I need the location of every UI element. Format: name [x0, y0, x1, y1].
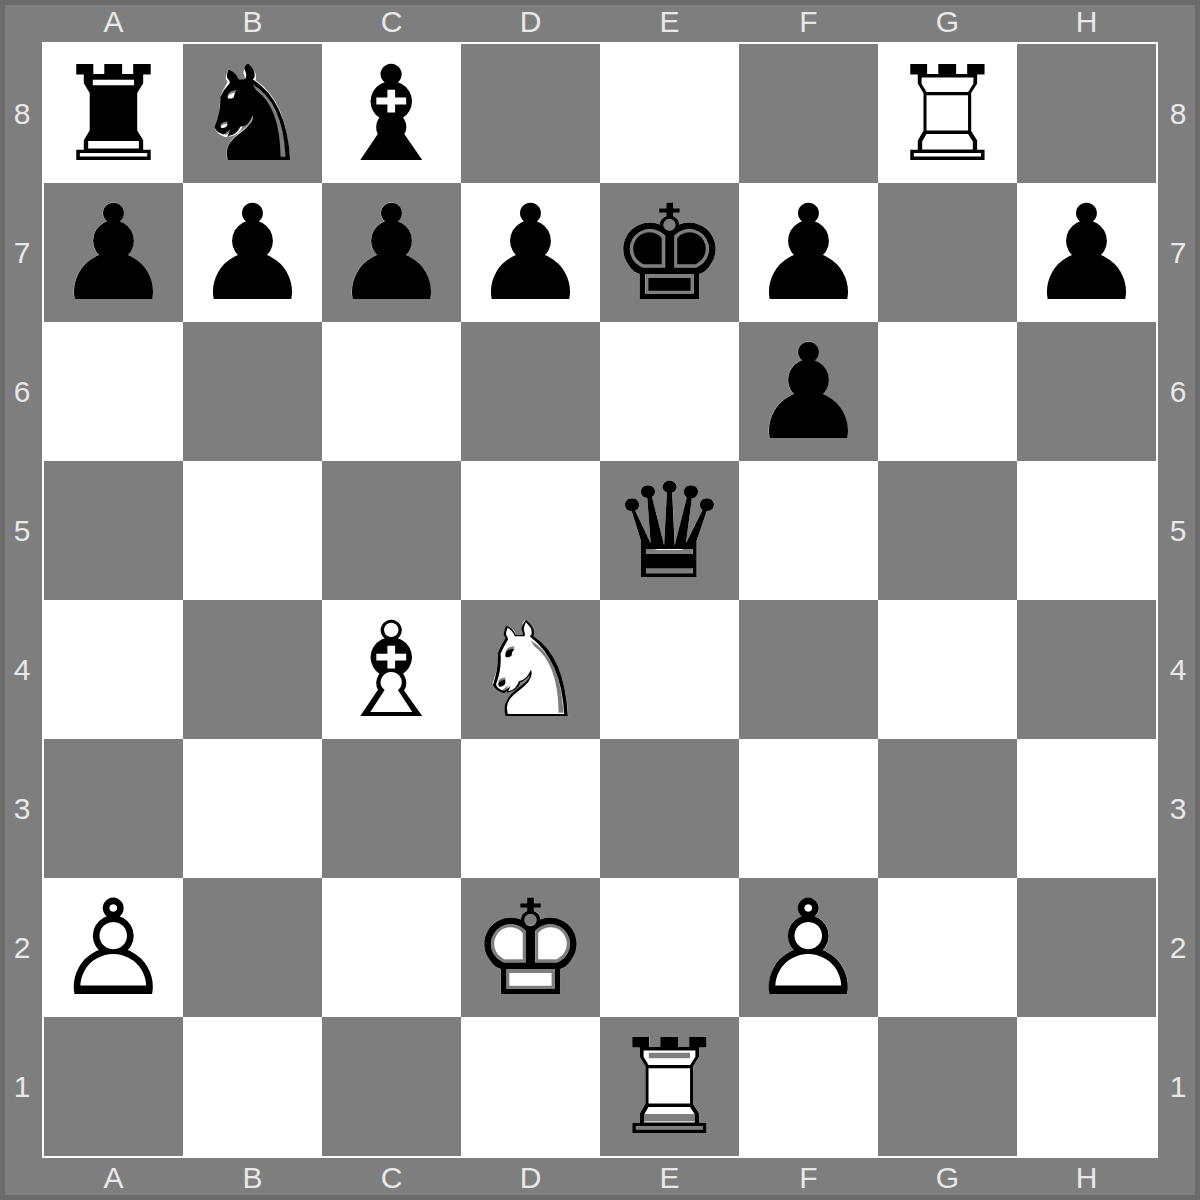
rank-label-left-7: 7 — [0, 183, 44, 322]
black-pawn: ♙♟ — [461, 183, 600, 322]
rank-label-right-7: 7 — [1156, 183, 1200, 322]
rank-label-right-8: 8 — [1156, 44, 1200, 183]
square-c4[interactable]: ♝♗ — [322, 600, 461, 739]
square-b5[interactable] — [183, 461, 322, 600]
piece-glyph: ♞ — [193, 48, 311, 180]
square-g1[interactable] — [878, 1017, 1017, 1156]
black-knight: ♘♞ — [183, 44, 322, 183]
square-f3[interactable] — [739, 739, 878, 878]
square-a1[interactable] — [44, 1017, 183, 1156]
square-g6[interactable] — [878, 322, 1017, 461]
rank-label-left-6: 6 — [0, 322, 44, 461]
file-label-bottom-b: B — [183, 1156, 322, 1200]
rank-label-left-1: 1 — [0, 1017, 44, 1156]
square-e4[interactable] — [600, 600, 739, 739]
square-d3[interactable] — [461, 739, 600, 878]
square-g2[interactable] — [878, 878, 1017, 1017]
file-labels-bottom: ABCDEFGH — [44, 1156, 1156, 1200]
square-d2[interactable]: ♚♔ — [461, 878, 600, 1017]
piece-glyph: ♟ — [332, 187, 450, 319]
square-f5[interactable] — [739, 461, 878, 600]
rank-label-left-5: 5 — [0, 461, 44, 600]
file-label-top-d: D — [461, 0, 600, 44]
square-e6[interactable] — [600, 322, 739, 461]
square-f4[interactable] — [739, 600, 878, 739]
square-g3[interactable] — [878, 739, 1017, 878]
file-label-bottom-g: G — [878, 1156, 1017, 1200]
square-c8[interactable]: ♗♝ — [322, 44, 461, 183]
black-pawn: ♙♟ — [739, 322, 878, 461]
piece-glyph: ♛ — [610, 465, 728, 597]
rank-label-right-3: 3 — [1156, 739, 1200, 878]
square-a8[interactable]: ♖♜ — [44, 44, 183, 183]
chessboard-app: ABCDEFGH 87654321 87654321 ABCDEFGH ♖♜♘♞… — [0, 0, 1200, 1200]
square-b7[interactable]: ♙♟ — [183, 183, 322, 322]
square-c7[interactable]: ♙♟ — [322, 183, 461, 322]
piece-glyph: ♟ — [749, 187, 867, 319]
square-g5[interactable] — [878, 461, 1017, 600]
square-a4[interactable] — [44, 600, 183, 739]
square-b6[interactable] — [183, 322, 322, 461]
square-h7[interactable]: ♙♟ — [1017, 183, 1156, 322]
file-label-bottom-h: H — [1017, 1156, 1156, 1200]
square-e7[interactable]: ♔♚ — [600, 183, 739, 322]
square-f8[interactable] — [739, 44, 878, 183]
square-e2[interactable] — [600, 878, 739, 1017]
piece-glyph: ♟ — [471, 187, 589, 319]
square-h4[interactable] — [1017, 600, 1156, 739]
square-a3[interactable] — [44, 739, 183, 878]
square-f1[interactable] — [739, 1017, 878, 1156]
black-bishop: ♗♝ — [322, 44, 461, 183]
white-rook: ♜♖ — [878, 44, 1017, 183]
rank-labels-left: 87654321 — [0, 44, 44, 1156]
square-c3[interactable] — [322, 739, 461, 878]
square-h5[interactable] — [1017, 461, 1156, 600]
square-a7[interactable]: ♙♟ — [44, 183, 183, 322]
square-d8[interactable] — [461, 44, 600, 183]
file-label-top-e: E — [600, 0, 739, 44]
white-pawn: ♟♙ — [739, 878, 878, 1017]
file-label-top-f: F — [739, 0, 878, 44]
black-queen: ♕♛ — [600, 461, 739, 600]
black-pawn: ♙♟ — [1017, 183, 1156, 322]
black-pawn: ♙♟ — [44, 183, 183, 322]
piece-glyph: ♖ — [888, 48, 1006, 180]
file-label-top-h: H — [1017, 0, 1156, 44]
square-b3[interactable] — [183, 739, 322, 878]
square-e5[interactable]: ♕♛ — [600, 461, 739, 600]
piece-glyph: ♙ — [54, 882, 172, 1014]
square-g7[interactable] — [878, 183, 1017, 322]
square-b1[interactable] — [183, 1017, 322, 1156]
square-a2[interactable]: ♟♙ — [44, 878, 183, 1017]
rank-labels-right: 87654321 — [1156, 44, 1200, 1156]
square-e8[interactable] — [600, 44, 739, 183]
square-f6[interactable]: ♙♟ — [739, 322, 878, 461]
piece-glyph: ♗ — [332, 604, 450, 736]
white-bishop: ♝♗ — [322, 600, 461, 739]
white-king: ♚♔ — [461, 878, 600, 1017]
rank-label-right-6: 6 — [1156, 322, 1200, 461]
file-label-bottom-c: C — [322, 1156, 461, 1200]
piece-glyph: ♟ — [193, 187, 311, 319]
square-h3[interactable] — [1017, 739, 1156, 878]
square-b8[interactable]: ♘♞ — [183, 44, 322, 183]
file-label-bottom-f: F — [739, 1156, 878, 1200]
square-g8[interactable]: ♜♖ — [878, 44, 1017, 183]
square-c1[interactable] — [322, 1017, 461, 1156]
square-f7[interactable]: ♙♟ — [739, 183, 878, 322]
rank-label-left-4: 4 — [0, 600, 44, 739]
board-frame: ♖♜♘♞♗♝♜♖♙♟♙♟♙♟♙♟♔♚♙♟♙♟♙♟♕♛♝♗♞♘♟♙♚♔♟♙♜♖ — [42, 42, 1158, 1158]
piece-glyph: ♝ — [332, 48, 450, 180]
white-rook: ♜♖ — [600, 1017, 739, 1156]
square-h2[interactable] — [1017, 878, 1156, 1017]
square-e3[interactable] — [600, 739, 739, 878]
white-knight: ♞♘ — [461, 600, 600, 739]
rank-label-left-8: 8 — [0, 44, 44, 183]
chess-board: ♖♜♘♞♗♝♜♖♙♟♙♟♙♟♙♟♔♚♙♟♙♟♙♟♕♛♝♗♞♘♟♙♚♔♟♙♜♖ — [44, 44, 1156, 1156]
square-h6[interactable] — [1017, 322, 1156, 461]
square-c5[interactable] — [322, 461, 461, 600]
rank-label-right-1: 1 — [1156, 1017, 1200, 1156]
square-c6[interactable] — [322, 322, 461, 461]
square-e1[interactable]: ♜♖ — [600, 1017, 739, 1156]
square-d1[interactable] — [461, 1017, 600, 1156]
piece-glyph: ♟ — [749, 326, 867, 458]
rank-label-right-4: 4 — [1156, 600, 1200, 739]
black-pawn: ♙♟ — [739, 183, 878, 322]
square-h1[interactable] — [1017, 1017, 1156, 1156]
square-d6[interactable] — [461, 322, 600, 461]
file-label-bottom-d: D — [461, 1156, 600, 1200]
square-d5[interactable] — [461, 461, 600, 600]
rank-label-right-5: 5 — [1156, 461, 1200, 600]
black-pawn: ♙♟ — [322, 183, 461, 322]
piece-glyph: ♚ — [610, 187, 728, 319]
piece-glyph: ♙ — [749, 882, 867, 1014]
piece-glyph: ♟ — [54, 187, 172, 319]
piece-glyph: ♟ — [1027, 187, 1145, 319]
black-rook: ♖♜ — [44, 44, 183, 183]
square-a5[interactable] — [44, 461, 183, 600]
square-b4[interactable] — [183, 600, 322, 739]
piece-glyph: ♘ — [471, 604, 589, 736]
square-g4[interactable] — [878, 600, 1017, 739]
black-pawn: ♙♟ — [183, 183, 322, 322]
white-pawn: ♟♙ — [44, 878, 183, 1017]
square-f2[interactable]: ♟♙ — [739, 878, 878, 1017]
piece-glyph: ♜ — [54, 48, 172, 180]
rank-label-right-2: 2 — [1156, 878, 1200, 1017]
square-h8[interactable] — [1017, 44, 1156, 183]
rank-label-left-3: 3 — [0, 739, 44, 878]
file-label-bottom-a: A — [44, 1156, 183, 1200]
piece-glyph: ♔ — [471, 882, 589, 1014]
square-d4[interactable]: ♞♘ — [461, 600, 600, 739]
rank-label-left-2: 2 — [0, 878, 44, 1017]
square-d7[interactable]: ♙♟ — [461, 183, 600, 322]
piece-glyph: ♖ — [610, 1021, 728, 1153]
square-b2[interactable] — [183, 878, 322, 1017]
square-a6[interactable] — [44, 322, 183, 461]
black-king: ♔♚ — [600, 183, 739, 322]
square-c2[interactable] — [322, 878, 461, 1017]
